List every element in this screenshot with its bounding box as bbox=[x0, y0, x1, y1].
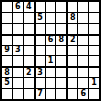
cell-r2c9[interactable] bbox=[89, 13, 99, 23]
cell-r9c3[interactable] bbox=[24, 89, 34, 99]
cell-r8c1[interactable]: 5 bbox=[2, 78, 12, 88]
cell-r6c5[interactable]: 1 bbox=[46, 56, 56, 66]
cell-r1c2[interactable]: 6 bbox=[13, 2, 23, 12]
cell-r6c3[interactable] bbox=[24, 56, 34, 66]
cell-r2c2[interactable] bbox=[13, 13, 23, 23]
cell-r6c4[interactable] bbox=[35, 56, 45, 66]
cell-r8c8[interactable] bbox=[78, 78, 88, 88]
cell-r3c2[interactable] bbox=[13, 24, 23, 34]
cell-r1c1[interactable] bbox=[2, 2, 12, 12]
cell-r1c9[interactable] bbox=[89, 2, 99, 12]
cell-r6c1[interactable] bbox=[2, 56, 12, 66]
cell-r7c7[interactable] bbox=[67, 67, 77, 77]
cell-r3c1[interactable] bbox=[2, 24, 12, 34]
cell-r8c6[interactable] bbox=[56, 78, 66, 88]
cell-r2c7[interactable]: 8 bbox=[67, 13, 77, 23]
cell-r1c4[interactable] bbox=[35, 2, 45, 12]
cell-r6c7[interactable] bbox=[67, 56, 77, 66]
cell-r7c8[interactable] bbox=[78, 67, 88, 77]
cell-r5c9[interactable] bbox=[89, 46, 99, 56]
cell-r6c8[interactable] bbox=[78, 56, 88, 66]
cell-r9c8[interactable]: 6 bbox=[78, 89, 88, 99]
cell-r5c5[interactable] bbox=[46, 46, 56, 56]
cell-r1c5[interactable] bbox=[46, 2, 56, 12]
cell-r3c8[interactable] bbox=[78, 24, 88, 34]
cell-r6c2[interactable] bbox=[13, 56, 23, 66]
cell-r3c9[interactable] bbox=[89, 24, 99, 34]
cell-r3c6[interactable] bbox=[56, 24, 66, 34]
cell-r8c5[interactable] bbox=[46, 78, 56, 88]
cell-r4c1[interactable] bbox=[2, 35, 12, 45]
cell-r2c3[interactable] bbox=[24, 13, 34, 23]
cell-r1c3[interactable]: 4 bbox=[24, 2, 34, 12]
cell-r3c4[interactable] bbox=[35, 24, 45, 34]
cell-r1c6[interactable] bbox=[56, 2, 66, 12]
cell-r2c6[interactable] bbox=[56, 13, 66, 23]
cell-r5c6[interactable] bbox=[56, 46, 66, 56]
cell-r4c2[interactable] bbox=[13, 35, 23, 45]
cell-r9c6[interactable] bbox=[56, 89, 66, 99]
cell-r3c7[interactable] bbox=[67, 24, 77, 34]
cell-r7c2[interactable] bbox=[13, 67, 23, 77]
cell-r4c4[interactable] bbox=[35, 35, 45, 45]
cell-r3c5[interactable] bbox=[46, 24, 56, 34]
cell-r7c4[interactable]: 3 bbox=[35, 67, 45, 77]
cell-r4c8[interactable] bbox=[78, 35, 88, 45]
cell-r5c2[interactable]: 3 bbox=[13, 46, 23, 56]
cell-r5c1[interactable]: 9 bbox=[2, 46, 12, 56]
cell-r8c4[interactable] bbox=[35, 78, 45, 88]
cell-r9c2[interactable] bbox=[13, 89, 23, 99]
cell-r9c9[interactable] bbox=[89, 89, 99, 99]
cell-r9c5[interactable] bbox=[46, 89, 56, 99]
cell-r8c3[interactable] bbox=[24, 78, 34, 88]
cell-r8c9[interactable]: 1 bbox=[89, 78, 99, 88]
cell-r5c7[interactable] bbox=[67, 46, 77, 56]
cell-r9c4[interactable]: 7 bbox=[35, 89, 45, 99]
cell-r7c5[interactable] bbox=[46, 67, 56, 77]
cell-r4c3[interactable] bbox=[24, 35, 34, 45]
cell-r9c7[interactable] bbox=[67, 89, 77, 99]
cell-r5c4[interactable] bbox=[35, 46, 45, 56]
cell-r2c1[interactable] bbox=[2, 13, 12, 23]
cell-r4c7[interactable]: 2 bbox=[67, 35, 77, 45]
cell-r4c6[interactable]: 8 bbox=[56, 35, 66, 45]
cell-r2c4[interactable]: 5 bbox=[35, 13, 45, 23]
cell-r9c1[interactable] bbox=[2, 89, 12, 99]
cell-r6c6[interactable] bbox=[56, 56, 66, 66]
cell-r1c7[interactable] bbox=[67, 2, 77, 12]
cell-r8c2[interactable] bbox=[13, 78, 23, 88]
cell-r5c8[interactable] bbox=[78, 46, 88, 56]
cell-r6c9[interactable] bbox=[89, 56, 99, 66]
sudoku-board: 64586829318235176 bbox=[0, 0, 101, 101]
cell-r7c3[interactable]: 2 bbox=[24, 67, 34, 77]
cell-r4c9[interactable] bbox=[89, 35, 99, 45]
cell-r7c9[interactable] bbox=[89, 67, 99, 77]
cell-r8c7[interactable] bbox=[67, 78, 77, 88]
cell-r7c1[interactable]: 8 bbox=[2, 67, 12, 77]
cell-r1c8[interactable] bbox=[78, 2, 88, 12]
cell-r3c3[interactable] bbox=[24, 24, 34, 34]
cell-r2c8[interactable] bbox=[78, 13, 88, 23]
cell-r5c3[interactable] bbox=[24, 46, 34, 56]
cell-r7c6[interactable] bbox=[56, 67, 66, 77]
cell-r2c5[interactable] bbox=[46, 13, 56, 23]
cell-r4c5[interactable]: 6 bbox=[46, 35, 56, 45]
